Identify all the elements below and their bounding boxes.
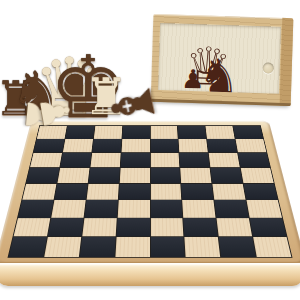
square-a1 [9,237,47,257]
square-f2 [184,218,218,236]
square-b3 [51,200,85,217]
chessboard [0,121,300,264]
square-e8 [150,126,178,139]
square-f1 [185,237,221,257]
board-grid [9,126,292,257]
square-e2 [150,218,183,236]
square-c7 [92,139,121,153]
square-h7 [236,139,267,153]
square-c8 [94,126,122,139]
square-c6 [90,153,120,167]
square-a3 [18,200,53,217]
square-g8 [206,126,235,139]
square-d5 [119,168,149,183]
square-a2 [14,218,51,236]
square-g6 [209,153,240,167]
square-e7 [150,139,178,153]
square-c1 [80,237,116,257]
square-h4 [244,183,278,199]
square-b4 [54,183,87,199]
square-b5 [57,168,89,183]
square-g2 [217,218,253,236]
square-e4 [150,183,181,199]
square-f5 [181,168,212,183]
square-e6 [150,153,179,167]
board-frame [0,121,300,264]
square-e3 [150,200,182,217]
square-g5 [211,168,243,183]
square-h6 [238,153,270,167]
square-b7 [63,139,93,153]
square-c5 [88,168,119,183]
square-h2 [250,218,287,236]
square-d7 [121,139,149,153]
square-f6 [180,153,210,167]
storage-box: ♕♟♞ [151,14,294,106]
square-d1 [115,237,149,257]
box-lid-panel: ♕♟♞ [158,23,281,94]
square-a4 [22,183,56,199]
square-h1 [253,237,291,257]
square-f3 [183,200,216,217]
square-c3 [84,200,117,217]
square-d3 [117,200,149,217]
square-h5 [241,168,274,183]
square-h3 [247,200,282,217]
square-e5 [150,168,180,183]
square-d6 [120,153,149,167]
square-f8 [178,126,206,139]
square-c4 [86,183,118,199]
square-b8 [65,126,94,139]
square-g3 [215,200,249,217]
square-g1 [219,237,256,257]
square-g7 [207,139,237,153]
square-g4 [213,183,246,199]
square-c2 [82,218,116,236]
square-e1 [150,237,184,257]
square-d8 [122,126,150,139]
square-h8 [233,126,263,139]
square-f7 [179,139,208,153]
board-front-apron [0,262,300,286]
square-d2 [116,218,149,236]
square-a6 [30,153,62,167]
knight-solid-icon: ♞ [198,52,241,99]
square-d4 [118,183,149,199]
square-f4 [181,183,213,199]
square-a8 [37,126,67,139]
square-b2 [48,218,84,236]
square-b6 [60,153,91,167]
square-a5 [26,168,59,183]
square-b1 [44,237,81,257]
square-a7 [34,139,65,153]
chess-set-product-photo: ♜♞♛♚♜♟♟♝ ♕♟♞ [0,0,300,300]
